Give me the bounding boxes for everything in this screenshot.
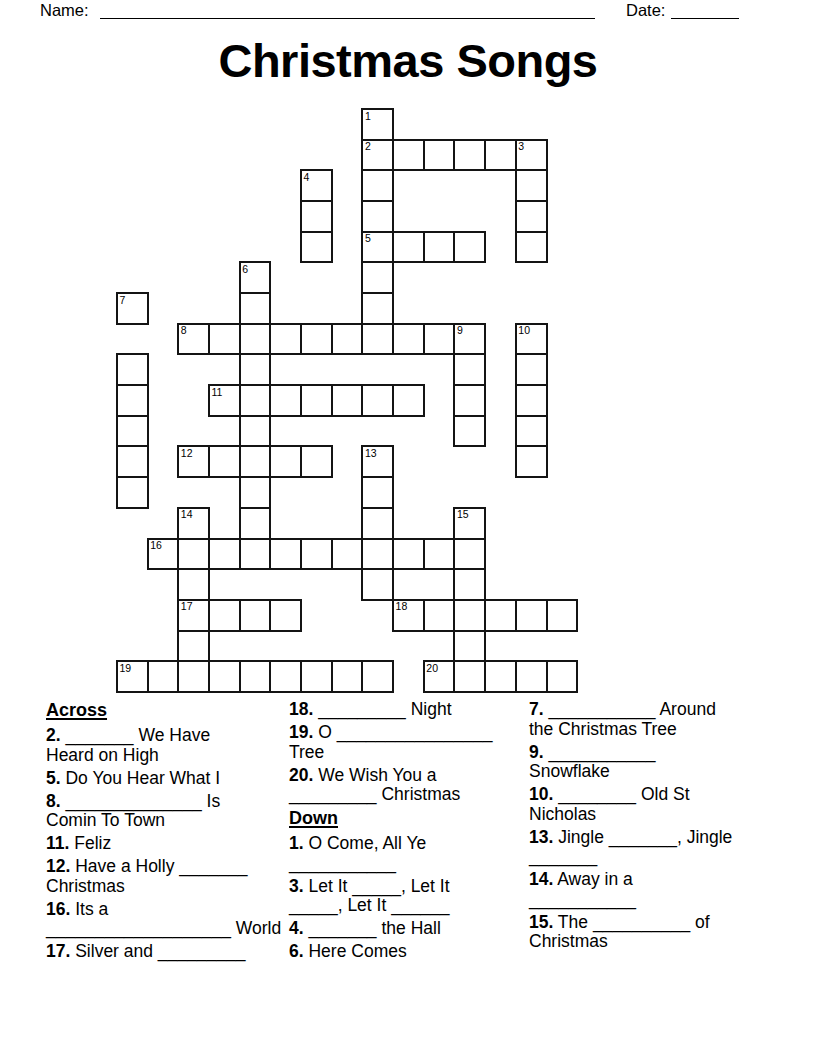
grid-cell-r1-c8[interactable] [361, 139, 394, 172]
grid-cell-r16-c4[interactable] [239, 599, 272, 632]
grid-cell-r11-c3[interactable] [208, 445, 241, 478]
grid-cell-r7-c8[interactable] [361, 323, 394, 356]
clue-item-2: 2. _______ We Have Heard on High [46, 726, 286, 765]
grid-cell-r1-c9[interactable] [392, 139, 425, 172]
grid-cell-r13-c11[interactable] [453, 507, 486, 540]
clue-number: 7. [529, 699, 544, 719]
clue-item-14: 14. Away in a ___________ [529, 870, 765, 909]
grid-cell-r18-c11[interactable] [453, 660, 486, 693]
clue-item-3: 3. Let It _____, Let It _____, Let It __… [289, 877, 529, 916]
grid-cell-r13-c4[interactable] [239, 507, 272, 540]
grid-cell-r2-c6[interactable] [300, 169, 333, 202]
grid-cell-r1-c13[interactable] [515, 139, 548, 172]
clue-item-13: 13. Jingle _______, Jingle _______ [529, 828, 765, 867]
clue-number: 10. [529, 784, 553, 804]
clue-item-20: 20. We Wish You a _________ Christmas [289, 766, 529, 805]
clues-header-across: Across [46, 700, 286, 721]
grid-cell-r4-c8[interactable] [361, 231, 394, 264]
grid-cell-r16-c12[interactable] [484, 599, 517, 632]
grid-cell-r14-c5[interactable] [269, 538, 302, 571]
clue-item-1: 1. O Come, All Ye ___________ [289, 834, 529, 873]
grid-cell-r11-c6[interactable] [300, 445, 333, 478]
clues-header-down: Down [289, 808, 529, 829]
grid-cell-r12-c0[interactable] [116, 476, 149, 509]
grid-cell-r3-c13[interactable] [515, 200, 548, 233]
grid-cell-r12-c8[interactable] [361, 476, 394, 509]
clue-number: 12. [46, 856, 70, 876]
grid-cell-r18-c2[interactable] [177, 660, 210, 693]
grid-cell-r2-c8[interactable] [361, 169, 394, 202]
grid-cell-r18-c1[interactable] [147, 660, 180, 693]
grid-cell-r11-c4[interactable] [239, 445, 272, 478]
clue-column-1: Across2. _______ We Have Heard on High5.… [46, 700, 286, 965]
grid-cell-r6-c4[interactable] [239, 292, 272, 325]
grid-cell-r18-c12[interactable] [484, 660, 517, 693]
clue-number: 1. [289, 833, 304, 853]
grid-cell-r9-c0[interactable] [116, 384, 149, 417]
date-label: Date: [626, 1, 665, 20]
clue-item-8: 8. ______________ Is Comin To Town [46, 792, 286, 831]
grid-cell-r9-c4[interactable] [239, 384, 272, 417]
grid-cell-r11-c0[interactable] [116, 445, 149, 478]
grid-cell-r0-c8[interactable] [361, 108, 394, 141]
grid-cell-r8-c11[interactable] [453, 353, 486, 386]
clue-number: 16. [46, 899, 70, 919]
clue-number: 20. [289, 765, 313, 785]
clue-item-12: 12. Have a Holly _______ Christmas [46, 857, 286, 896]
grid-cell-r17-c2[interactable] [177, 630, 210, 663]
grid-cell-r14-c2[interactable] [177, 538, 210, 571]
clue-item-5: 5. Do You Hear What I [46, 769, 286, 789]
clue-item-17: 17. Silver and _________ [46, 942, 286, 962]
grid-cell-r11-c5[interactable] [269, 445, 302, 478]
grid-cell-r8-c4[interactable] [239, 353, 272, 386]
date-blank-line[interactable] [671, 1, 739, 19]
clue-number: 3. [289, 876, 304, 896]
grid-cell-r7-c10[interactable] [423, 323, 456, 356]
clue-text: _______ We Have Heard on High [46, 725, 210, 765]
grid-cell-r14-c3[interactable] [208, 538, 241, 571]
clue-number: 5. [46, 768, 61, 788]
clue-text: Feliz [69, 833, 111, 853]
grid-cell-r14-c6[interactable] [300, 538, 333, 571]
grid-cell-r18-c13[interactable] [515, 660, 548, 693]
clue-item-10: 10. ________ Old St Nicholas [529, 785, 765, 824]
crossword-worksheet: Name: Date: Christmas Songs 123456789101… [0, 0, 816, 1056]
grid-cell-r7-c6[interactable] [300, 323, 333, 356]
clue-number: 4. [289, 918, 304, 938]
grid-cell-r17-c11[interactable] [453, 630, 486, 663]
grid-cell-r7-c7[interactable] [331, 323, 364, 356]
grid-cell-r15-c2[interactable] [177, 568, 210, 601]
grid-cell-r2-c13[interactable] [515, 169, 548, 202]
clue-number: 18. [289, 699, 313, 719]
grid-cell-r9-c9[interactable] [392, 384, 425, 417]
clue-text: ___________ Snowflake [529, 742, 656, 782]
grid-cell-r7-c3[interactable] [208, 323, 241, 356]
clue-number: 17. [46, 941, 70, 961]
grid-cell-r4-c9[interactable] [392, 231, 425, 264]
grid-cell-r14-c10[interactable] [423, 538, 456, 571]
clue-number: 8. [46, 791, 61, 811]
clue-text: O Come, All Ye ___________ [289, 833, 426, 873]
clue-text: Let It _____, Let It _____, Let It _____… [289, 876, 450, 916]
grid-cell-r18-c4[interactable] [239, 660, 272, 693]
grid-cell-r9-c6[interactable] [300, 384, 333, 417]
clue-text: ______________ Is Comin To Town [46, 791, 220, 831]
grid-cell-r11-c13[interactable] [515, 445, 548, 478]
grid-cell-r10-c0[interactable] [116, 415, 149, 448]
grid-cell-r9-c5[interactable] [269, 384, 302, 417]
grid-cell-r8-c0[interactable] [116, 353, 149, 386]
grid-cell-r16-c13[interactable] [515, 599, 548, 632]
grid-cell-r14-c1[interactable] [147, 538, 180, 571]
clue-number: 13. [529, 827, 553, 847]
clue-text: ________ Old St Nicholas [529, 784, 690, 824]
clue-item-9: 9. ___________ Snowflake [529, 743, 765, 782]
clue-item-16: 16. Its a ___________________ World [46, 900, 286, 939]
clue-number: 9. [529, 742, 544, 762]
grid-cell-r16-c10[interactable] [423, 599, 456, 632]
grid-cell-r14-c4[interactable] [239, 538, 272, 571]
grid-cell-r9-c7[interactable] [331, 384, 364, 417]
grid-cell-r12-c4[interactable] [239, 476, 272, 509]
grid-cell-r18-c10[interactable] [423, 660, 456, 693]
clue-number: 15. [529, 912, 553, 932]
grid-cell-r16-c3[interactable] [208, 599, 241, 632]
clue-item-4: 4. _______ the Hall [289, 919, 529, 939]
clue-text: Silver and _________ [70, 941, 245, 961]
grid-cell-r9-c8[interactable] [361, 384, 394, 417]
grid-cell-r18-c5[interactable] [269, 660, 302, 693]
clue-text: The __________ of Christmas [529, 912, 710, 952]
grid-cell-r5-c8[interactable] [361, 261, 394, 294]
grid-cell-r16-c5[interactable] [269, 599, 302, 632]
clue-text: _________ Night [313, 699, 451, 719]
grid-cell-r4-c11[interactable] [453, 231, 486, 264]
clue-item-7: 7. ___________ Around the Christmas Tree [529, 700, 765, 739]
clue-text: Its a ___________________ World [46, 899, 281, 939]
clue-text: Do You Hear What I [61, 768, 221, 788]
clue-item-6: 6. Here Comes [289, 942, 529, 962]
clue-number: 2. [46, 725, 61, 745]
grid-cell-r1-c11[interactable] [453, 139, 486, 172]
name-blank-line[interactable] [100, 1, 595, 19]
grid-cell-r11-c8[interactable] [361, 445, 394, 478]
grid-cell-r10-c4[interactable] [239, 415, 272, 448]
grid-cell-r3-c6[interactable] [300, 200, 333, 233]
grid-cell-r14-c7[interactable] [331, 538, 364, 571]
grid-cell-r10-c13[interactable] [515, 415, 548, 448]
grid-cell-r6-c0[interactable] [116, 292, 149, 325]
grid-cell-r10-c11[interactable] [453, 415, 486, 448]
clue-text: Here Comes [304, 941, 407, 961]
grid-cell-r13-c2[interactable] [177, 507, 210, 540]
grid-cell-r9-c11[interactable] [453, 384, 486, 417]
grid-cell-r4-c13[interactable] [515, 231, 548, 264]
grid-cell-r1-c10[interactable] [423, 139, 456, 172]
clue-number: 6. [289, 941, 304, 961]
grid-cell-r9-c13[interactable] [515, 384, 548, 417]
clue-item-15: 15. The __________ of Christmas [529, 913, 765, 952]
grid-cell-r3-c8[interactable] [361, 200, 394, 233]
grid-cell-r4-c6[interactable] [300, 231, 333, 264]
grid-cell-r13-c8[interactable] [361, 507, 394, 540]
grid-cell-r15-c11[interactable] [453, 568, 486, 601]
page-title: Christmas Songs [0, 33, 816, 88]
grid-cell-r16-c14[interactable] [546, 599, 579, 632]
grid-cell-r9-c3[interactable] [208, 384, 241, 417]
grid-cell-r18-c14[interactable] [546, 660, 579, 693]
clue-text: We Wish You a _________ Christmas [289, 765, 460, 805]
grid-cell-r14-c8[interactable] [361, 538, 394, 571]
clue-text: O ________________ Tree [289, 722, 492, 762]
clue-column-2: 18. _________ Night19. O _______________… [289, 700, 529, 965]
grid-cell-r8-c13[interactable] [515, 353, 548, 386]
grid-cell-r6-c8[interactable] [361, 292, 394, 325]
name-label: Name: [40, 1, 89, 20]
grid-cell-r18-c0[interactable] [116, 660, 149, 693]
grid-cell-r14-c9[interactable] [392, 538, 425, 571]
clue-text: Jingle _______, Jingle _______ [529, 827, 732, 867]
clue-text: _______ the Hall [304, 918, 441, 938]
grid-cell-r14-c11[interactable] [453, 538, 486, 571]
clue-column-3: 7. ___________ Around the Christmas Tree… [529, 700, 765, 955]
clue-item-18: 18. _________ Night [289, 700, 529, 720]
clue-item-11: 11. Feliz [46, 834, 286, 854]
grid-cell-r16-c2[interactable] [177, 599, 210, 632]
clue-item-19: 19. O ________________ Tree [289, 723, 529, 762]
grid-cell-r7-c4[interactable] [239, 323, 272, 356]
grid-cell-r16-c11[interactable] [453, 599, 486, 632]
grid-cell-r7-c5[interactable] [269, 323, 302, 356]
grid-cell-r1-c12[interactable] [484, 139, 517, 172]
grid-cell-r7-c9[interactable] [392, 323, 425, 356]
grid-cell-r18-c6[interactable] [300, 660, 333, 693]
grid-cell-r5-c4[interactable] [239, 261, 272, 294]
clue-number: 19. [289, 722, 313, 742]
clue-number: 14. [529, 869, 553, 889]
grid-cell-r18-c7[interactable] [331, 660, 364, 693]
grid-cell-r7-c13[interactable] [515, 323, 548, 356]
grid-cell-r18-c8[interactable] [361, 660, 394, 693]
clue-number: 11. [46, 833, 69, 853]
grid-cell-r7-c2[interactable] [177, 323, 210, 356]
grid-cell-r7-c11[interactable] [453, 323, 486, 356]
clue-text: Have a Holly _______ Christmas [46, 856, 247, 896]
grid-cell-r18-c3[interactable] [208, 660, 241, 693]
grid-cell-r15-c8[interactable] [361, 568, 394, 601]
grid-cell-r11-c2[interactable] [177, 445, 210, 478]
clue-text: ___________ Around the Christmas Tree [529, 699, 716, 739]
grid-cell-r4-c10[interactable] [423, 231, 456, 264]
grid-cell-r16-c9[interactable] [392, 599, 425, 632]
